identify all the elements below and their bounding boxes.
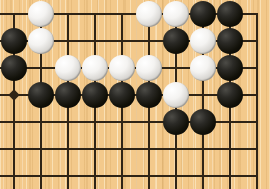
stone-white [136, 55, 162, 81]
grid-hline [0, 148, 258, 150]
stone-white [28, 1, 54, 27]
stone-black [55, 82, 81, 108]
stone-black [163, 109, 189, 135]
stone-white [163, 82, 189, 108]
grid-hline [0, 121, 258, 123]
stone-white [55, 55, 81, 81]
stone-white [109, 55, 135, 81]
stone-black [136, 82, 162, 108]
stone-white [136, 1, 162, 27]
stone-black [1, 28, 27, 54]
stone-black [217, 1, 243, 27]
stone-black [28, 82, 54, 108]
stone-black [217, 55, 243, 81]
stone-white [190, 28, 216, 54]
stone-black [217, 28, 243, 54]
grid-hline [0, 175, 258, 177]
stone-black [217, 82, 243, 108]
stone-white [163, 1, 189, 27]
stone-black [1, 55, 27, 81]
go-board[interactable] [0, 0, 270, 189]
stone-black [82, 82, 108, 108]
stone-white [82, 55, 108, 81]
stone-black [190, 1, 216, 27]
stone-white [28, 28, 54, 54]
stone-white [190, 55, 216, 81]
stone-black [163, 28, 189, 54]
stone-black [190, 109, 216, 135]
stone-black [109, 82, 135, 108]
